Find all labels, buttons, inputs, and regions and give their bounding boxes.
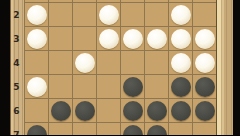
cell-r6c4[interactable]	[97, 99, 121, 123]
black-stone[interactable]	[123, 77, 143, 97]
cell-r6c1[interactable]	[25, 99, 49, 123]
white-stone[interactable]	[27, 77, 47, 97]
black-stone[interactable]	[123, 101, 143, 121]
cell-r3c2[interactable]	[49, 27, 73, 51]
cell-r3c8[interactable]	[193, 27, 217, 51]
board-frame-right	[216, 0, 233, 135]
cell-r3c5[interactable]	[121, 27, 145, 51]
white-stone[interactable]	[171, 53, 191, 73]
cell-r7c1[interactable]	[25, 123, 49, 135]
cell-r5c7[interactable]	[169, 75, 193, 99]
row-label-5: 5	[10, 83, 23, 92]
black-stone[interactable]	[51, 101, 71, 121]
row-label-2: 2	[10, 11, 23, 20]
white-stone[interactable]	[99, 5, 119, 25]
cell-r2c4[interactable]	[97, 3, 121, 27]
cell-r6c7[interactable]	[169, 99, 193, 123]
cell-r4c5[interactable]	[121, 51, 145, 75]
cell-r5c5[interactable]	[121, 75, 145, 99]
white-stone[interactable]	[147, 29, 167, 49]
white-stone[interactable]	[123, 29, 143, 49]
cell-r4c7[interactable]	[169, 51, 193, 75]
cell-r2c1[interactable]	[25, 3, 49, 27]
cell-r2c3[interactable]	[73, 3, 97, 27]
cell-r6c5[interactable]	[121, 99, 145, 123]
cell-r7c6[interactable]	[145, 123, 169, 135]
white-stone[interactable]	[195, 29, 215, 49]
white-stone[interactable]	[27, 29, 47, 49]
cell-r3c7[interactable]	[169, 27, 193, 51]
cell-r4c3[interactable]	[73, 51, 97, 75]
row-label-3: 3	[10, 35, 23, 44]
cell-r7c7[interactable]	[169, 123, 193, 135]
cell-r6c2[interactable]	[49, 99, 73, 123]
cell-r5c3[interactable]	[73, 75, 97, 99]
cell-r5c1[interactable]	[25, 75, 49, 99]
black-stone[interactable]	[171, 77, 191, 97]
white-stone[interactable]	[99, 29, 119, 49]
black-stone[interactable]	[27, 125, 47, 136]
cell-r7c2[interactable]	[49, 123, 73, 135]
cell-r2c7[interactable]	[169, 3, 193, 27]
cell-r4c4[interactable]	[97, 51, 121, 75]
cell-r3c1[interactable]	[25, 27, 49, 51]
white-stone[interactable]	[171, 5, 191, 25]
cell-r2c2[interactable]	[49, 3, 73, 27]
cell-r3c3[interactable]	[73, 27, 97, 51]
cell-r2c6[interactable]	[145, 3, 169, 27]
white-stone[interactable]	[75, 53, 95, 73]
cell-r2c5[interactable]	[121, 3, 145, 27]
cell-r4c8[interactable]	[193, 51, 217, 75]
black-stone[interactable]	[147, 125, 167, 136]
board-frame-left: 234567	[10, 0, 24, 135]
cell-r6c3[interactable]	[73, 99, 97, 123]
cell-r3c6[interactable]	[145, 27, 169, 51]
white-stone[interactable]	[171, 29, 191, 49]
cell-r5c2[interactable]	[49, 75, 73, 99]
game-screenshot-root: 234567	[0, 0, 240, 135]
cell-r2c8[interactable]	[193, 3, 217, 27]
cell-r4c6[interactable]	[145, 51, 169, 75]
row-label-6: 6	[10, 107, 23, 116]
black-stone[interactable]	[75, 101, 95, 121]
black-stone[interactable]	[147, 101, 167, 121]
cell-r7c8[interactable]	[193, 123, 217, 135]
cell-r5c8[interactable]	[193, 75, 217, 99]
black-stone[interactable]	[195, 77, 215, 97]
cell-r7c4[interactable]	[97, 123, 121, 135]
cell-r6c6[interactable]	[145, 99, 169, 123]
cell-r4c2[interactable]	[49, 51, 73, 75]
black-stone[interactable]	[123, 125, 143, 136]
cell-r6c8[interactable]	[193, 99, 217, 123]
white-stone[interactable]	[27, 5, 47, 25]
white-stone[interactable]	[195, 53, 215, 73]
cell-r7c5[interactable]	[121, 123, 145, 135]
cell-r5c6[interactable]	[145, 75, 169, 99]
cell-r5c4[interactable]	[97, 75, 121, 99]
row-label-7: 7	[10, 131, 23, 136]
cell-r3c4[interactable]	[97, 27, 121, 51]
black-stone[interactable]	[195, 101, 215, 121]
black-stone[interactable]	[171, 101, 191, 121]
row-label-4: 4	[10, 59, 23, 68]
board	[24, 0, 217, 135]
cell-r4c1[interactable]	[25, 51, 49, 75]
cell-r7c3[interactable]	[73, 123, 97, 135]
